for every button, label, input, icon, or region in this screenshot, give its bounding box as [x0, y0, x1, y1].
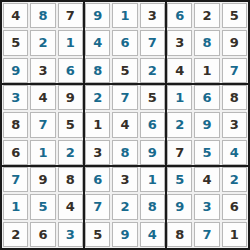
cell-r4c4[interactable]: 2 [85, 85, 110, 110]
cell-r3c1[interactable]: 9 [3, 58, 28, 83]
cell-r5c1[interactable]: 8 [3, 112, 28, 137]
cell-r8c1[interactable]: 1 [3, 194, 28, 219]
cell-r3c2[interactable]: 3 [30, 58, 55, 83]
cell-r1c9[interactable]: 5 [222, 3, 247, 28]
cell-r5c7[interactable]: 2 [167, 112, 192, 137]
cell-r2c3[interactable]: 1 [58, 30, 83, 55]
cell-r9c2[interactable]: 6 [30, 222, 55, 247]
cell-r4c1[interactable]: 3 [3, 85, 28, 110]
cell-r5c6[interactable]: 6 [140, 112, 165, 137]
cell-r2c5[interactable]: 6 [112, 30, 137, 55]
cell-r9c1[interactable]: 2 [3, 222, 28, 247]
cell-r3c6[interactable]: 2 [140, 58, 165, 83]
cell-r2c8[interactable]: 8 [194, 30, 219, 55]
cell-r6c4[interactable]: 3 [85, 140, 110, 165]
cell-r1c7[interactable]: 6 [167, 3, 192, 28]
cell-r9c9[interactable]: 1 [222, 222, 247, 247]
cell-r6c8[interactable]: 5 [194, 140, 219, 165]
cell-r2c7[interactable]: 3 [167, 30, 192, 55]
cell-r5c2[interactable]: 7 [30, 112, 55, 137]
cell-r9c6[interactable]: 4 [140, 222, 165, 247]
cell-r1c5[interactable]: 1 [112, 3, 137, 28]
cell-r8c9[interactable]: 6 [222, 194, 247, 219]
cell-r6c5[interactable]: 8 [112, 140, 137, 165]
cell-r4c7[interactable]: 1 [167, 85, 192, 110]
sudoku-board: 4879136255214673899368524173492751688751… [0, 0, 250, 250]
cell-r4c5[interactable]: 7 [112, 85, 137, 110]
cell-r8c6[interactable]: 8 [140, 194, 165, 219]
cell-r5c8[interactable]: 9 [194, 112, 219, 137]
cell-r4c6[interactable]: 5 [140, 85, 165, 110]
cell-r5c9[interactable]: 3 [222, 112, 247, 137]
cell-r6c9[interactable]: 4 [222, 140, 247, 165]
cell-r6c1[interactable]: 6 [3, 140, 28, 165]
cell-r7c8[interactable]: 4 [194, 167, 219, 192]
cell-r8c8[interactable]: 3 [194, 194, 219, 219]
cell-r6c3[interactable]: 2 [58, 140, 83, 165]
cell-r8c4[interactable]: 7 [85, 194, 110, 219]
cell-r2c4[interactable]: 4 [85, 30, 110, 55]
cell-r3c5[interactable]: 5 [112, 58, 137, 83]
box-divider-horizontal-2 [2, 165, 248, 167]
cell-r7c2[interactable]: 9 [30, 167, 55, 192]
cell-r4c3[interactable]: 9 [58, 85, 83, 110]
cell-r8c3[interactable]: 4 [58, 194, 83, 219]
cell-r6c7[interactable]: 7 [167, 140, 192, 165]
cell-r7c6[interactable]: 1 [140, 167, 165, 192]
cell-r7c7[interactable]: 5 [167, 167, 192, 192]
cell-r7c4[interactable]: 6 [85, 167, 110, 192]
cell-r8c7[interactable]: 9 [167, 194, 192, 219]
cell-r1c6[interactable]: 3 [140, 3, 165, 28]
cell-r7c3[interactable]: 8 [58, 167, 83, 192]
cell-r8c5[interactable]: 2 [112, 194, 137, 219]
cell-r7c5[interactable]: 3 [112, 167, 137, 192]
cell-r2c2[interactable]: 2 [30, 30, 55, 55]
cell-r4c2[interactable]: 4 [30, 85, 55, 110]
cell-r9c8[interactable]: 7 [194, 222, 219, 247]
cell-r2c1[interactable]: 5 [3, 30, 28, 55]
cell-r6c2[interactable]: 1 [30, 140, 55, 165]
cell-r3c7[interactable]: 4 [167, 58, 192, 83]
cell-r9c5[interactable]: 9 [112, 222, 137, 247]
cell-r3c4[interactable]: 8 [85, 58, 110, 83]
cell-r5c5[interactable]: 4 [112, 112, 137, 137]
cell-r1c1[interactable]: 4 [3, 3, 28, 28]
cell-r9c4[interactable]: 5 [85, 222, 110, 247]
cell-r6c6[interactable]: 9 [140, 140, 165, 165]
cell-r3c9[interactable]: 7 [222, 58, 247, 83]
box-divider-vertical-1 [83, 2, 85, 248]
cell-r2c9[interactable]: 9 [222, 30, 247, 55]
cell-r2c6[interactable]: 7 [140, 30, 165, 55]
sudoku-grid: 4879136255214673899368524173492751688751… [2, 2, 248, 248]
cell-r1c2[interactable]: 8 [30, 3, 55, 28]
cell-r5c4[interactable]: 1 [85, 112, 110, 137]
cell-r1c8[interactable]: 2 [194, 3, 219, 28]
cell-r4c8[interactable]: 6 [194, 85, 219, 110]
cell-r9c3[interactable]: 3 [58, 222, 83, 247]
cell-r9c7[interactable]: 8 [167, 222, 192, 247]
cell-r7c9[interactable]: 2 [222, 167, 247, 192]
cell-r8c2[interactable]: 5 [30, 194, 55, 219]
cell-r5c3[interactable]: 5 [58, 112, 83, 137]
box-divider-horizontal-1 [2, 83, 248, 85]
cell-r7c1[interactable]: 7 [3, 167, 28, 192]
cell-r1c3[interactable]: 7 [58, 3, 83, 28]
cell-r3c3[interactable]: 6 [58, 58, 83, 83]
cell-r4c9[interactable]: 8 [222, 85, 247, 110]
cell-r1c4[interactable]: 9 [85, 3, 110, 28]
cell-r3c8[interactable]: 1 [194, 58, 219, 83]
box-divider-vertical-2 [165, 2, 167, 248]
